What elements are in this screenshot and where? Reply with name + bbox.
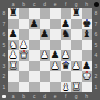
white-bishop: ♝	[61, 82, 70, 92]
black-king-jewel	[86, 19, 88, 21]
square-h4[interactable]	[82, 50, 93, 61]
black-king: ♚	[82, 19, 91, 29]
square-d4[interactable]: ♟	[40, 50, 51, 61]
square-d3[interactable]	[40, 61, 51, 72]
rank-label-right-3: 3	[93, 61, 100, 72]
black-knight: ♞	[61, 29, 70, 39]
square-b1[interactable]	[19, 82, 30, 93]
square-b3[interactable]	[19, 61, 30, 72]
file-label-top-b: b	[19, 1, 30, 8]
white-knight: ♞	[9, 40, 18, 50]
square-b8[interactable]	[19, 8, 30, 19]
square-a3[interactable]: ♜	[8, 61, 19, 72]
file-label-top-h: h	[82, 1, 93, 8]
square-h5[interactable]	[82, 40, 93, 51]
rank-label-left-8: 8	[1, 8, 8, 19]
square-c8[interactable]	[29, 8, 40, 19]
rank-label-left-3: 3	[1, 61, 8, 72]
square-e7[interactable]	[50, 19, 61, 30]
square-h8[interactable]	[82, 8, 93, 19]
square-c3[interactable]	[29, 61, 40, 72]
file-label-bottom-h: h	[82, 93, 93, 100]
rank-label-right-5: 5	[93, 40, 100, 51]
square-c7[interactable]: ♟	[29, 19, 40, 30]
square-c2[interactable]	[29, 71, 40, 82]
square-e8[interactable]	[50, 8, 61, 19]
square-d8[interactable]	[40, 8, 51, 19]
file-label-top-d: d	[40, 1, 51, 8]
square-b7[interactable]	[19, 19, 30, 30]
file-label-bottom-b: b	[19, 93, 30, 100]
square-h2[interactable]: ♚	[82, 71, 93, 82]
white-pawn: ♟	[40, 50, 49, 60]
square-c5[interactable]	[29, 40, 40, 51]
square-d6[interactable]: ♟	[40, 29, 51, 40]
square-e2[interactable]	[50, 71, 61, 82]
square-g4[interactable]	[71, 50, 82, 61]
file-label-bottom-g: g	[71, 93, 82, 100]
square-g7[interactable]	[71, 19, 82, 30]
rank-label-right-1: 1	[93, 82, 100, 93]
square-e3[interactable]: ♟	[50, 61, 61, 72]
file-label-top-c: c	[29, 1, 40, 8]
rank-label-right-8: 8	[93, 8, 100, 19]
file-label-bottom-d: d	[40, 93, 51, 100]
white-pawn: ♟	[72, 61, 81, 71]
square-h1[interactable]	[82, 82, 93, 93]
square-g6[interactable]	[71, 29, 82, 40]
square-c6[interactable]	[29, 29, 40, 40]
square-h6[interactable]: ♝	[82, 29, 93, 40]
square-f8[interactable]	[61, 8, 72, 19]
black-queen: ♛	[61, 61, 70, 71]
square-a4[interactable]: ♟	[8, 50, 19, 61]
square-a6[interactable]: ♟	[8, 29, 19, 40]
white-king: ♚	[82, 71, 91, 81]
square-g1[interactable]: ♜	[71, 82, 82, 93]
square-e4[interactable]: ♟	[50, 50, 61, 61]
rank-label-right-6: 6	[93, 29, 100, 40]
black-bishop: ♝	[82, 29, 91, 39]
file-label-bottom-f: f	[61, 93, 72, 100]
rank-label-left-7: 7	[1, 19, 8, 30]
square-f1[interactable]: ♝	[61, 82, 72, 93]
square-g5[interactable]	[71, 40, 82, 51]
black-pawn: ♟	[40, 29, 49, 39]
white-rook: ♜	[72, 82, 81, 92]
square-a1[interactable]	[8, 82, 19, 93]
rank-label-right-2: 2	[93, 71, 100, 82]
file-label-bottom-e: e	[50, 93, 61, 100]
black-pawn: ♟	[9, 29, 18, 39]
white-queen-jewel	[23, 50, 25, 52]
square-a2[interactable]	[8, 71, 19, 82]
square-g8[interactable]: ♜	[71, 8, 82, 19]
white-pawn: ♟	[61, 50, 70, 60]
square-f2[interactable]	[61, 71, 72, 82]
black-pawn: ♟	[61, 19, 70, 29]
black-to-move-indicator	[94, 2, 99, 7]
white-rook: ♜	[9, 61, 18, 71]
square-f6[interactable]: ♞	[61, 29, 72, 40]
file-label-bottom-c: c	[29, 93, 40, 100]
black-pawn: ♟	[30, 19, 39, 29]
square-b4[interactable]: ♛	[19, 50, 30, 61]
square-c4[interactable]	[29, 50, 40, 61]
white-king-jewel	[86, 71, 88, 73]
rank-label-left-4: 4	[1, 50, 8, 61]
file-label-top-f: f	[61, 1, 72, 8]
square-c1[interactable]	[29, 82, 40, 93]
black-rook: ♜	[72, 8, 81, 18]
chess-board: ♜♜♟♟♚♟♟♞♝♞♟♟♛♟♟♟♜♟♛♟♟♚♝♜	[8, 8, 92, 92]
rank-label-left-6: 6	[1, 29, 8, 40]
square-g2[interactable]	[71, 71, 82, 82]
rank-label-right-7: 7	[93, 19, 100, 30]
white-queen: ♛	[19, 50, 28, 60]
white-side-indicator	[2, 95, 6, 98]
square-b2[interactable]	[19, 71, 30, 82]
square-b6[interactable]	[19, 29, 30, 40]
black-rook: ♜	[9, 8, 18, 18]
black-queen-jewel	[65, 61, 67, 63]
rank-label-left-5: 5	[1, 40, 8, 51]
white-pawn: ♟	[9, 50, 18, 60]
square-a8[interactable]: ♜	[8, 8, 19, 19]
square-d2[interactable]	[40, 71, 51, 82]
square-e1[interactable]	[50, 82, 61, 93]
square-e6[interactable]	[50, 29, 61, 40]
white-pawn: ♟	[19, 40, 28, 50]
white-pawn: ♟	[51, 61, 60, 71]
square-d1[interactable]	[40, 82, 51, 93]
rank-label-left-2: 2	[1, 71, 8, 82]
square-g3[interactable]: ♟	[71, 61, 82, 72]
rank-label-right-4: 4	[93, 50, 100, 61]
file-label-bottom-a: a	[8, 93, 19, 100]
black-pawn: ♟	[82, 61, 91, 71]
black-pawn: ♟	[51, 50, 60, 60]
file-label-top-e: e	[50, 1, 61, 8]
chess-board-frame: ♜♜♟♟♚♟♟♞♝♞♟♟♛♟♟♟♜♟♛♟♟♚♝♜ aabbccddeeffggh…	[0, 0, 100, 100]
square-f3[interactable]: ♛	[61, 61, 72, 72]
square-f4[interactable]: ♟	[61, 50, 72, 61]
rank-label-left-1: 1	[1, 82, 8, 93]
